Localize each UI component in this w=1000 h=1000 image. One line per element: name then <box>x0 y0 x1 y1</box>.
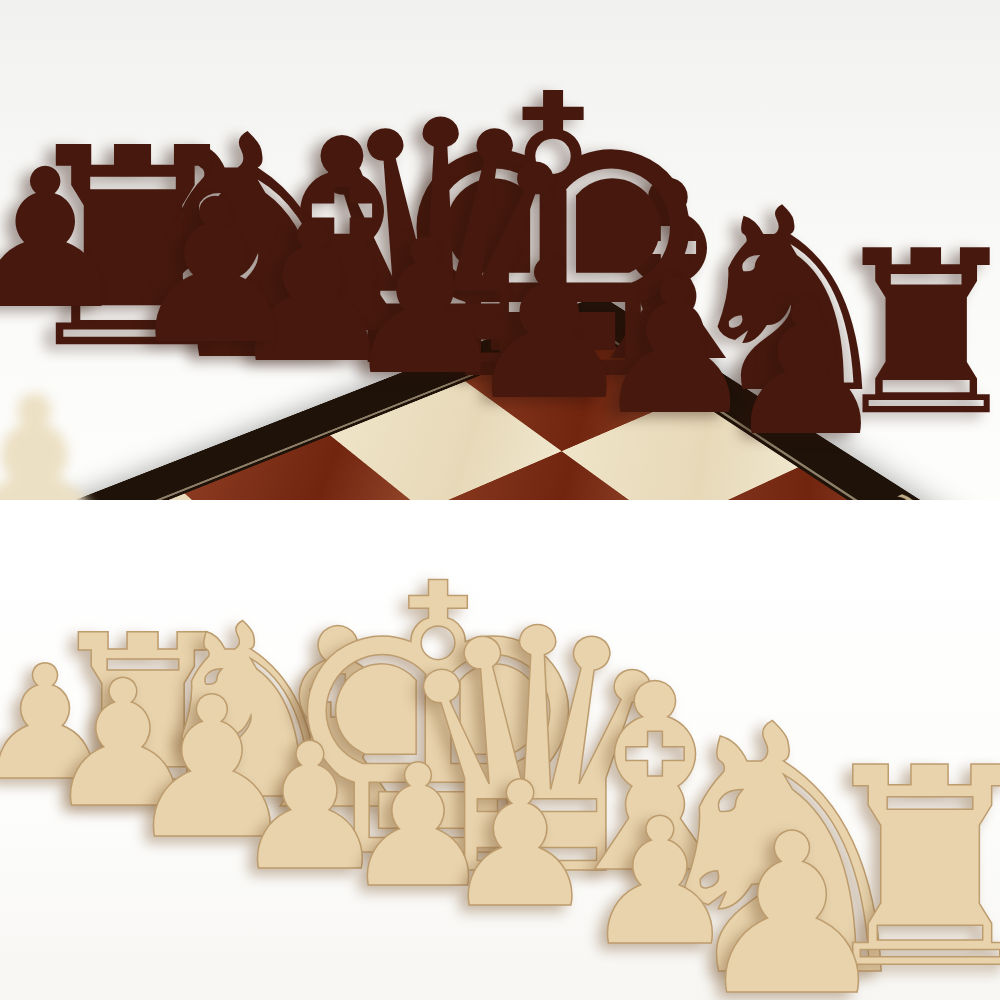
light-pawn: ♟ <box>223 720 398 895</box>
blurred-light-pawn: ♟ <box>0 368 131 500</box>
light-pawn: ♟ <box>36 657 211 832</box>
light-rook: ♜ <box>793 733 1000 1000</box>
light-pieces-layer: ♜♞♝♚♛♝♞♜♟♟♟♟♟♟♟♟ <box>0 500 1000 1000</box>
light-pawn: ♟ <box>573 795 748 970</box>
dark-knight: ♞ <box>103 96 411 404</box>
dark-bishop: ♝ <box>209 104 476 371</box>
light-rook: ♜ <box>29 605 258 834</box>
border-rank-number: 2 <box>876 490 923 500</box>
light-pawn: ♟ <box>115 671 310 866</box>
dark-pieces-photo: 2 ♜♞♝♛♚♝♞♜♟♟♟♟♟♟♟ ♟ <box>0 0 1000 500</box>
light-king: ♚ <box>252 537 625 910</box>
light-knight: ♞ <box>612 681 955 1000</box>
dark-rook: ♜ <box>0 113 270 387</box>
chess-set-photo-collage: 2 ♜♞♝♛♚♝♞♜♟♟♟♟♟♟♟ ♟ 8 ♜♞♝♚♛♝♞♜♟♟♟♟♟♟♟♟ <box>0 0 1000 1000</box>
light-queen: ♛ <box>369 586 705 922</box>
light-pieces-photo: 8 ♜♞♝♚♛♝♞♜♟♟♟♟♟♟♟♟ <box>0 500 1000 1000</box>
chessboard-dark-set: 2 <box>0 295 1000 500</box>
light-pawn: ♟ <box>681 804 903 1000</box>
board-grid <box>0 331 1000 500</box>
light-bishop: ♝ <box>215 597 462 844</box>
board-border: 2 <box>0 295 1000 500</box>
dark-pawn: ♟ <box>0 144 141 336</box>
light-knight: ♞ <box>130 593 370 833</box>
light-pawn: ♟ <box>0 644 124 802</box>
light-bishop: ♝ <box>526 651 784 909</box>
dark-pawn: ♟ <box>216 198 408 390</box>
light-pawn: ♟ <box>334 742 503 911</box>
dark-pawn: ♟ <box>116 173 315 372</box>
dark-rook: ♜ <box>813 221 1000 447</box>
light-pawn: ♟ <box>434 759 607 932</box>
